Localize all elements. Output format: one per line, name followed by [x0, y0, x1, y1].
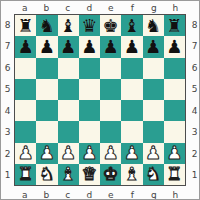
- square-e7[interactable]: ♟: [100, 36, 121, 57]
- white-pawn-h2[interactable]: ♟: [166, 144, 182, 162]
- rank-labels-left: 87654321: [1, 14, 14, 186]
- square-d4[interactable]: [79, 100, 100, 121]
- rank-label-6: 6: [188, 57, 200, 79]
- square-a8[interactable]: ♜: [15, 15, 36, 36]
- square-g5[interactable]: [143, 79, 164, 100]
- file-label-h: h: [165, 1, 187, 14]
- black-pawn-b7[interactable]: ♟: [39, 37, 55, 55]
- black-pawn-d7[interactable]: ♟: [81, 37, 97, 55]
- file-label-c: c: [57, 1, 79, 14]
- square-f7[interactable]: ♟: [121, 36, 142, 57]
- white-pawn-g2[interactable]: ♟: [145, 144, 161, 162]
- black-pawn-e7[interactable]: ♟: [103, 37, 119, 55]
- chess-board: ♜♞♝♛♚♝♞♜♟♟♟♟♟♟♟♟♟♟♟♟♟♟♟♟♜♞♝♛♚♝♞♜: [14, 14, 186, 186]
- file-label-g: g: [143, 1, 165, 14]
- rank-label-3: 3: [1, 122, 14, 144]
- rank-label-8: 8: [188, 14, 200, 36]
- rank-label-7: 7: [1, 36, 14, 58]
- file-label-d: d: [79, 1, 101, 14]
- file-label-a: a: [14, 1, 36, 14]
- square-c7[interactable]: ♟: [58, 36, 79, 57]
- file-label-f: f: [122, 1, 144, 14]
- file-label-e: e: [100, 188, 122, 200]
- square-a7[interactable]: ♟: [15, 36, 36, 57]
- file-label-b: b: [36, 188, 58, 200]
- square-a4[interactable]: [15, 100, 36, 121]
- square-c2[interactable]: ♟: [58, 143, 79, 164]
- white-king-e1[interactable]: ♚: [103, 165, 119, 183]
- black-rook-a8[interactable]: ♜: [18, 16, 34, 34]
- white-pawn-c2[interactable]: ♟: [60, 144, 76, 162]
- black-knight-g8[interactable]: ♞: [145, 16, 161, 34]
- square-c8[interactable]: ♝: [58, 15, 79, 36]
- square-c1[interactable]: ♝: [58, 164, 79, 185]
- square-g4[interactable]: [143, 100, 164, 121]
- square-g3[interactable]: [143, 121, 164, 142]
- square-c3[interactable]: [58, 121, 79, 142]
- rank-label-6: 6: [1, 57, 14, 79]
- rank-labels-right: 87654321: [188, 14, 200, 186]
- file-label-b: b: [36, 1, 58, 14]
- square-g8[interactable]: ♞: [143, 15, 164, 36]
- black-pawn-h7[interactable]: ♟: [166, 37, 182, 55]
- black-king-e8[interactable]: ♚: [103, 16, 119, 34]
- square-h8[interactable]: ♜: [164, 15, 185, 36]
- square-f5[interactable]: [121, 79, 142, 100]
- square-f6[interactable]: [121, 58, 142, 79]
- square-b3[interactable]: [36, 121, 57, 142]
- square-h4[interactable]: [164, 100, 185, 121]
- rank-label-5: 5: [188, 79, 200, 101]
- white-rook-a1[interactable]: ♜: [18, 165, 34, 183]
- square-a6[interactable]: [15, 58, 36, 79]
- square-b8[interactable]: ♞: [36, 15, 57, 36]
- white-bishop-f1[interactable]: ♝: [124, 165, 140, 183]
- square-e5[interactable]: [100, 79, 121, 100]
- file-label-g: g: [143, 188, 165, 200]
- white-pawn-f2[interactable]: ♟: [124, 144, 140, 162]
- square-b1[interactable]: ♞: [36, 164, 57, 185]
- file-label-h: h: [165, 188, 187, 200]
- square-d2[interactable]: ♟: [79, 143, 100, 164]
- square-d7[interactable]: ♟: [79, 36, 100, 57]
- black-pawn-f7[interactable]: ♟: [124, 37, 140, 55]
- file-label-f: f: [122, 188, 144, 200]
- square-f1[interactable]: ♝: [121, 164, 142, 185]
- square-f3[interactable]: [121, 121, 142, 142]
- rank-label-7: 7: [188, 36, 200, 58]
- square-c6[interactable]: [58, 58, 79, 79]
- white-rook-h1[interactable]: ♜: [166, 165, 182, 183]
- black-rook-h8[interactable]: ♜: [166, 16, 182, 34]
- square-e8[interactable]: ♚: [100, 15, 121, 36]
- white-pawn-e2[interactable]: ♟: [103, 144, 119, 162]
- square-a3[interactable]: [15, 121, 36, 142]
- white-knight-b1[interactable]: ♞: [39, 165, 55, 183]
- square-b2[interactable]: ♟: [36, 143, 57, 164]
- file-labels-top: abcdefgh: [14, 1, 186, 14]
- square-c5[interactable]: [58, 79, 79, 100]
- square-g2[interactable]: ♟: [143, 143, 164, 164]
- square-a5[interactable]: [15, 79, 36, 100]
- square-e2[interactable]: ♟: [100, 143, 121, 164]
- square-h2[interactable]: ♟: [164, 143, 185, 164]
- black-bishop-f8[interactable]: ♝: [124, 16, 140, 34]
- rank-label-8: 8: [1, 14, 14, 36]
- black-pawn-c7[interactable]: ♟: [60, 37, 76, 55]
- file-label-a: a: [14, 188, 36, 200]
- white-queen-d1[interactable]: ♛: [81, 165, 97, 183]
- rank-label-4: 4: [1, 100, 14, 122]
- square-b6[interactable]: [36, 58, 57, 79]
- square-h7[interactable]: ♟: [164, 36, 185, 57]
- rank-label-5: 5: [1, 79, 14, 101]
- black-pawn-a7[interactable]: ♟: [18, 37, 34, 55]
- square-b7[interactable]: ♟: [36, 36, 57, 57]
- square-a1[interactable]: ♜: [15, 164, 36, 185]
- file-labels-bottom: abcdefgh: [14, 188, 186, 200]
- rank-label-2: 2: [1, 143, 14, 165]
- square-d3[interactable]: [79, 121, 100, 142]
- square-b5[interactable]: [36, 79, 57, 100]
- square-h5[interactable]: [164, 79, 185, 100]
- square-d5[interactable]: [79, 79, 100, 100]
- chess-board-frame: abcdefgh abcdefgh 87654321 87654321 ♜♞♝♛…: [0, 0, 200, 200]
- square-e6[interactable]: [100, 58, 121, 79]
- square-e1[interactable]: ♚: [100, 164, 121, 185]
- square-e3[interactable]: [100, 121, 121, 142]
- black-knight-b8[interactable]: ♞: [39, 16, 55, 34]
- rank-label-1: 1: [1, 165, 14, 187]
- square-c4[interactable]: [58, 100, 79, 121]
- black-pawn-g7[interactable]: ♟: [145, 37, 161, 55]
- rank-label-1: 1: [188, 165, 200, 187]
- square-g7[interactable]: ♟: [143, 36, 164, 57]
- square-h6[interactable]: [164, 58, 185, 79]
- square-g6[interactable]: [143, 58, 164, 79]
- square-e4[interactable]: [100, 100, 121, 121]
- file-label-c: c: [57, 188, 79, 200]
- square-d8[interactable]: ♛: [79, 15, 100, 36]
- rank-label-3: 3: [188, 122, 200, 144]
- square-h3[interactable]: [164, 121, 185, 142]
- square-d1[interactable]: ♛: [79, 164, 100, 185]
- square-b4[interactable]: [36, 100, 57, 121]
- square-g1[interactable]: ♞: [143, 164, 164, 185]
- rank-label-4: 4: [188, 100, 200, 122]
- square-f2[interactable]: ♟: [121, 143, 142, 164]
- file-label-d: d: [79, 188, 101, 200]
- file-label-e: e: [100, 1, 122, 14]
- square-d6[interactable]: [79, 58, 100, 79]
- white-pawn-a2[interactable]: ♟: [18, 144, 34, 162]
- square-h1[interactable]: ♜: [164, 164, 185, 185]
- square-f8[interactable]: ♝: [121, 15, 142, 36]
- rank-label-2: 2: [188, 143, 200, 165]
- black-queen-d8[interactable]: ♛: [81, 16, 97, 34]
- square-f4[interactable]: [121, 100, 142, 121]
- white-knight-g1[interactable]: ♞: [145, 165, 161, 183]
- square-a2[interactable]: ♟: [15, 143, 36, 164]
- white-pawn-d2[interactable]: ♟: [81, 144, 97, 162]
- black-bishop-c8[interactable]: ♝: [60, 16, 76, 34]
- white-bishop-c1[interactable]: ♝: [60, 165, 76, 183]
- white-pawn-b2[interactable]: ♟: [39, 144, 55, 162]
